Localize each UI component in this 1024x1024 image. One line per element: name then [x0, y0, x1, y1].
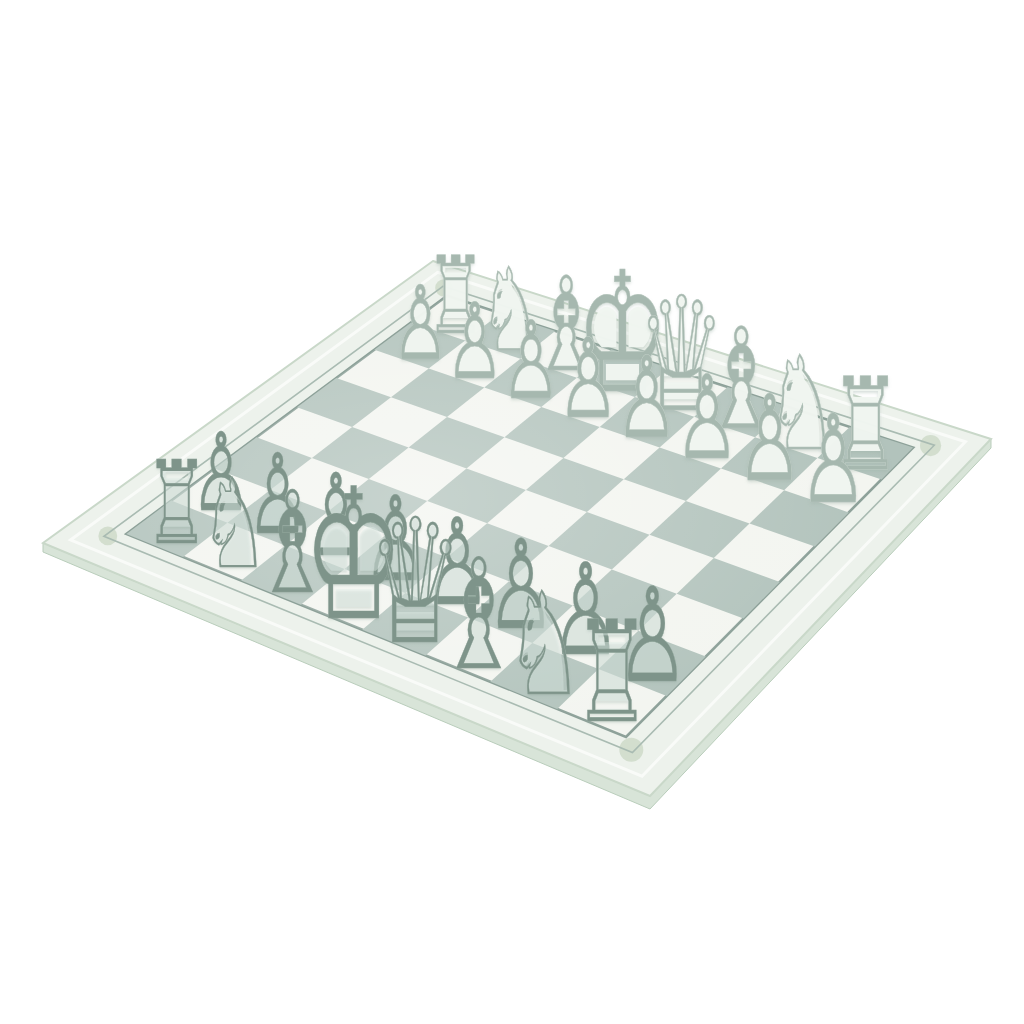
board-svg [0, 0, 1024, 1024]
glass-chess-set-photo: ♜♖♞♘♟♙♝♗♟♙♚♔♟♙♛♕♟♙♝♗♟♙♞♘♟♙♜♖♟♙♟♙♟♙♟♙♜♖♟♙… [0, 0, 1024, 1024]
corner-pad [619, 738, 643, 762]
glass-sheen [126, 296, 913, 737]
corner-pad [920, 435, 941, 456]
